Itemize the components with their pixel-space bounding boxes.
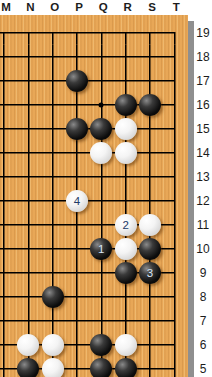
black-stone-Q10[interactable]: 1 [90,238,112,260]
row-label-15: 15 [194,122,212,136]
intersection-M17[interactable] [0,69,16,93]
intersection-P16[interactable] [65,93,89,117]
intersection-S6[interactable] [138,333,162,357]
intersection-P14[interactable] [65,141,89,165]
intersection-S12[interactable] [138,189,162,213]
row-labels: 1918171615141312111098765 [194,0,212,377]
intersection-P12[interactable]: 4 [65,189,89,213]
intersection-R6[interactable] [113,333,137,357]
intersection-R17[interactable] [113,69,137,93]
intersection-M11[interactable] [0,213,16,237]
intersection-R11[interactable]: 2 [113,213,137,237]
intersection-S7[interactable] [138,309,162,333]
row-label-18: 18 [194,50,212,64]
intersection-O7[interactable] [41,309,65,333]
intersection-R12[interactable] [113,189,137,213]
white-stone-R10[interactable] [115,238,137,260]
white-stone-O5[interactable] [42,358,64,377]
black-stone-S10[interactable] [139,238,161,260]
column-label-P: P [75,0,83,15]
intersection-N13[interactable] [16,165,40,189]
intersection-M19[interactable] [0,21,16,45]
intersection-T15[interactable] [162,117,186,141]
intersection-M18[interactable] [0,45,16,69]
intersection-P8[interactable] [65,285,89,309]
intersection-Q16[interactable] [89,93,113,117]
black-stone-Q6[interactable] [90,334,112,356]
intersection-Q8[interactable] [89,285,113,309]
column-label-O: O [50,0,59,15]
move-number-4: 4 [74,190,80,212]
row-label-9: 9 [194,266,212,280]
move-number-1: 1 [98,238,104,260]
intersection-M5[interactable] [0,357,16,377]
row-label-12: 12 [194,194,212,208]
intersection-N11[interactable] [16,213,40,237]
intersection-M9[interactable] [0,261,16,285]
intersection-P6[interactable] [65,333,89,357]
white-stone-Q14[interactable] [90,142,112,164]
intersection-S8[interactable] [138,285,162,309]
intersection-N10[interactable] [16,237,40,261]
intersection-N7[interactable] [16,309,40,333]
intersection-P13[interactable] [65,165,89,189]
intersection-N15[interactable] [16,117,40,141]
intersection-R10[interactable] [113,237,137,261]
row-label-7: 7 [194,314,212,328]
intersection-Q7[interactable] [89,309,113,333]
intersection-Q10[interactable]: 1 [89,237,113,261]
black-stone-S9[interactable]: 3 [139,262,161,284]
row-label-17: 17 [194,74,212,88]
intersection-Q12[interactable] [89,189,113,213]
intersection-R13[interactable] [113,165,137,189]
white-stone-O6[interactable] [42,334,64,356]
black-stone-N5[interactable] [17,358,39,377]
intersection-T6[interactable] [162,333,186,357]
intersection-T5[interactable] [162,357,186,377]
intersection-T14[interactable] [162,141,186,165]
black-stone-P17[interactable] [66,70,88,92]
intersection-S16[interactable] [138,93,162,117]
intersection-T12[interactable] [162,189,186,213]
intersection-P17[interactable] [65,69,89,93]
star-point-Q16 [99,102,104,107]
black-stone-Q5[interactable] [90,358,112,377]
intersection-O5[interactable] [41,357,65,377]
intersection-R15[interactable] [113,117,137,141]
intersection-T7[interactable] [162,309,186,333]
intersection-N8[interactable] [16,285,40,309]
intersection-R19[interactable] [113,21,137,45]
intersection-O16[interactable] [41,93,65,117]
row-label-5: 5 [194,362,212,376]
intersection-T17[interactable] [162,69,186,93]
intersection-O18[interactable] [41,45,65,69]
intersection-S18[interactable] [138,45,162,69]
intersection-T10[interactable] [162,237,186,261]
intersection-O15[interactable] [41,117,65,141]
intersection-N16[interactable] [16,93,40,117]
intersection-T8[interactable] [162,285,186,309]
column-label-Q: Q [99,0,108,15]
intersection-P5[interactable] [65,357,89,377]
intersection-Q18[interactable] [89,45,113,69]
intersection-P9[interactable] [65,261,89,285]
row-label-19: 19 [194,26,212,40]
white-stone-R11[interactable]: 2 [115,214,137,236]
intersection-P19[interactable] [65,21,89,45]
intersection-M7[interactable] [0,309,16,333]
intersection-P18[interactable] [65,45,89,69]
intersection-Q14[interactable] [89,141,113,165]
intersection-O9[interactable] [41,261,65,285]
intersection-N19[interactable] [16,21,40,45]
intersection-M10[interactable] [0,237,16,261]
intersection-O11[interactable] [41,213,65,237]
go-board-diagram: 4213 MNOPQRST 1918171615141312111098765 [0,0,212,377]
intersection-T16[interactable] [162,93,186,117]
intersection-N14[interactable] [16,141,40,165]
white-stone-S11[interactable] [139,214,161,236]
intersection-M13[interactable] [0,165,16,189]
intersection-S5[interactable] [138,357,162,377]
intersection-O17[interactable] [41,69,65,93]
intersection-P7[interactable] [65,309,89,333]
intersection-Q5[interactable] [89,357,113,377]
move-number-2: 2 [122,214,128,236]
intersection-S13[interactable] [138,165,162,189]
intersection-N5[interactable] [16,357,40,377]
intersection-M6[interactable] [0,333,16,357]
column-label-N: N [26,0,34,15]
intersection-T18[interactable] [162,45,186,69]
intersection-N6[interactable] [16,333,40,357]
row-label-13: 13 [194,170,212,184]
intersection-Q19[interactable] [89,21,113,45]
intersection-M16[interactable] [0,93,16,117]
white-stone-R15[interactable] [115,118,137,140]
row-label-11: 11 [194,218,212,232]
row-label-6: 6 [194,338,212,352]
column-label-M: M [1,0,11,15]
intersection-O13[interactable] [41,165,65,189]
column-labels: MNOPQRST [0,0,212,15]
intersection-O8[interactable] [41,285,65,309]
intersection-M14[interactable] [0,141,16,165]
intersection-S17[interactable] [138,69,162,93]
row-label-10: 10 [194,242,212,256]
column-label-S: S [148,0,156,15]
board-grid: 4213 [0,21,186,377]
intersection-R14[interactable] [113,141,137,165]
intersection-S19[interactable] [138,21,162,45]
black-stone-R5[interactable] [115,358,137,377]
white-stone-R14[interactable] [115,142,137,164]
intersection-N18[interactable] [16,45,40,69]
intersection-O6[interactable] [41,333,65,357]
black-stone-S16[interactable] [139,94,161,116]
intersection-M8[interactable] [0,285,16,309]
intersection-Q17[interactable] [89,69,113,93]
intersection-Q13[interactable] [89,165,113,189]
intersection-P11[interactable] [65,213,89,237]
white-stone-R6[interactable] [115,334,137,356]
intersection-O14[interactable] [41,141,65,165]
row-label-16: 16 [194,98,212,112]
intersection-R8[interactable] [113,285,137,309]
intersection-O10[interactable] [41,237,65,261]
intersection-R5[interactable] [113,357,137,377]
column-label-R: R [124,0,132,15]
intersection-Q9[interactable] [89,261,113,285]
intersection-T9[interactable] [162,261,186,285]
intersection-P10[interactable] [65,237,89,261]
intersection-M12[interactable] [0,189,16,213]
black-stone-P15[interactable] [66,118,88,140]
black-stone-R9[interactable] [115,262,137,284]
intersection-O12[interactable] [41,189,65,213]
black-stone-O8[interactable] [42,286,64,308]
intersection-P15[interactable] [65,117,89,141]
intersection-Q6[interactable] [89,333,113,357]
intersection-S14[interactable] [138,141,162,165]
white-stone-N6[interactable] [17,334,39,356]
intersection-S11[interactable] [138,213,162,237]
intersection-N9[interactable] [16,261,40,285]
intersection-R7[interactable] [113,309,137,333]
intersection-T13[interactable] [162,165,186,189]
intersection-T19[interactable] [162,21,186,45]
intersection-T11[interactable] [162,213,186,237]
intersection-M15[interactable] [0,117,16,141]
row-label-8: 8 [194,290,212,304]
black-stone-R16[interactable] [115,94,137,116]
intersection-R9[interactable] [113,261,137,285]
move-number-3: 3 [147,262,153,284]
intersection-Q15[interactable] [89,117,113,141]
intersection-S9[interactable]: 3 [138,261,162,285]
column-label-T: T [173,0,180,15]
row-label-14: 14 [194,146,212,160]
black-stone-Q15[interactable] [90,118,112,140]
intersection-N12[interactable] [16,189,40,213]
intersection-N17[interactable] [16,69,40,93]
intersection-Q11[interactable] [89,213,113,237]
intersection-O19[interactable] [41,21,65,45]
intersection-S15[interactable] [138,117,162,141]
intersection-R16[interactable] [113,93,137,117]
intersection-R18[interactable] [113,45,137,69]
intersection-S10[interactable] [138,237,162,261]
white-stone-P12[interactable]: 4 [66,190,88,212]
